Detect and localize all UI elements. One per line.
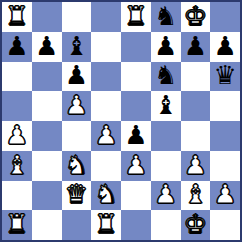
square-h7[interactable]: ♟ xyxy=(210,32,240,62)
square-h2[interactable]: ♟ xyxy=(210,181,240,211)
square-c5[interactable]: ♟ xyxy=(62,91,92,121)
white-pawn: ♟ xyxy=(154,181,177,207)
square-e2[interactable] xyxy=(121,181,151,211)
square-a8[interactable]: ♜ xyxy=(2,2,32,32)
black-bishop: ♝ xyxy=(154,92,177,118)
black-bishop: ♝ xyxy=(65,33,88,59)
square-b7[interactable]: ♟ xyxy=(32,32,62,62)
square-e6[interactable] xyxy=(121,62,151,92)
square-b5[interactable] xyxy=(32,91,62,121)
square-d4[interactable]: ♟ xyxy=(91,121,121,151)
square-d7[interactable] xyxy=(91,32,121,62)
white-pawn: ♟ xyxy=(213,181,236,207)
square-d1[interactable]: ♜ xyxy=(91,210,121,240)
square-c7[interactable]: ♝ xyxy=(62,32,92,62)
square-b8[interactable] xyxy=(32,2,62,32)
square-c1[interactable] xyxy=(62,210,92,240)
black-knight: ♞ xyxy=(154,3,177,29)
square-g6[interactable] xyxy=(181,62,211,92)
white-king: ♚ xyxy=(184,211,207,237)
chess-board: ♜♜♞♚♟♟♝♟♟♟♟♞♛♟♝♟♟♟♝♞♟♟♛♞♟♝♟♜♜♚ xyxy=(0,0,242,242)
square-f6[interactable]: ♞ xyxy=(151,62,181,92)
square-e7[interactable] xyxy=(121,32,151,62)
square-f7[interactable]: ♟ xyxy=(151,32,181,62)
square-e5[interactable] xyxy=(121,91,151,121)
square-f4[interactable] xyxy=(151,121,181,151)
square-f8[interactable]: ♞ xyxy=(151,2,181,32)
square-b3[interactable] xyxy=(32,151,62,181)
square-g5[interactable] xyxy=(181,91,211,121)
square-c6[interactable]: ♟ xyxy=(62,62,92,92)
square-a7[interactable]: ♟ xyxy=(2,32,32,62)
square-h4[interactable] xyxy=(210,121,240,151)
square-g3[interactable]: ♟ xyxy=(181,151,211,181)
square-f3[interactable] xyxy=(151,151,181,181)
square-d2[interactable]: ♞ xyxy=(91,181,121,211)
black-pawn: ♟ xyxy=(213,33,236,59)
square-a6[interactable] xyxy=(2,62,32,92)
square-e1[interactable] xyxy=(121,210,151,240)
white-rook: ♜ xyxy=(5,211,28,237)
black-knight: ♞ xyxy=(154,62,177,88)
white-pawn: ♟ xyxy=(184,152,207,178)
black-pawn: ♟ xyxy=(124,122,147,148)
white-queen: ♛ xyxy=(65,181,88,207)
square-a4[interactable]: ♟ xyxy=(2,121,32,151)
square-g8[interactable]: ♚ xyxy=(181,2,211,32)
square-b4[interactable] xyxy=(32,121,62,151)
square-d3[interactable] xyxy=(91,151,121,181)
square-c3[interactable]: ♞ xyxy=(62,151,92,181)
black-pawn: ♟ xyxy=(5,33,28,59)
black-pawn: ♟ xyxy=(184,33,207,59)
white-rook: ♜ xyxy=(124,3,147,29)
square-b1[interactable] xyxy=(32,210,62,240)
white-pawn: ♟ xyxy=(65,92,88,118)
white-knight: ♞ xyxy=(65,152,88,178)
square-a5[interactable] xyxy=(2,91,32,121)
square-c4[interactable] xyxy=(62,121,92,151)
square-g4[interactable] xyxy=(181,121,211,151)
square-e8[interactable]: ♜ xyxy=(121,2,151,32)
square-d8[interactable] xyxy=(91,2,121,32)
white-pawn: ♟ xyxy=(94,122,117,148)
square-b6[interactable] xyxy=(32,62,62,92)
square-g2[interactable]: ♝ xyxy=(181,181,211,211)
square-f2[interactable]: ♟ xyxy=(151,181,181,211)
white-rook: ♜ xyxy=(5,3,28,29)
square-h5[interactable] xyxy=(210,91,240,121)
white-bishop: ♝ xyxy=(184,181,207,207)
square-a1[interactable]: ♜ xyxy=(2,210,32,240)
square-a2[interactable] xyxy=(2,181,32,211)
black-pawn: ♟ xyxy=(35,33,58,59)
black-queen: ♛ xyxy=(213,62,236,88)
white-pawn: ♟ xyxy=(5,122,28,148)
square-f1[interactable] xyxy=(151,210,181,240)
white-bishop: ♝ xyxy=(5,152,28,178)
black-pawn: ♟ xyxy=(65,62,88,88)
square-g7[interactable]: ♟ xyxy=(181,32,211,62)
square-a3[interactable]: ♝ xyxy=(2,151,32,181)
square-e4[interactable]: ♟ xyxy=(121,121,151,151)
square-e3[interactable]: ♟ xyxy=(121,151,151,181)
black-pawn: ♟ xyxy=(154,33,177,59)
square-f5[interactable]: ♝ xyxy=(151,91,181,121)
square-c2[interactable]: ♛ xyxy=(62,181,92,211)
white-pawn: ♟ xyxy=(124,152,147,178)
white-king: ♚ xyxy=(184,3,207,29)
white-knight: ♞ xyxy=(94,181,117,207)
square-h8[interactable] xyxy=(210,2,240,32)
square-h1[interactable] xyxy=(210,210,240,240)
square-d6[interactable] xyxy=(91,62,121,92)
square-h6[interactable]: ♛ xyxy=(210,62,240,92)
square-c8[interactable] xyxy=(62,2,92,32)
white-rook: ♜ xyxy=(94,211,117,237)
square-h3[interactable] xyxy=(210,151,240,181)
square-b2[interactable] xyxy=(32,181,62,211)
square-g1[interactable]: ♚ xyxy=(181,210,211,240)
square-d5[interactable] xyxy=(91,91,121,121)
